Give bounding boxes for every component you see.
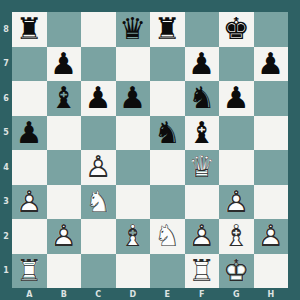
rank-label-8: 8 (0, 12, 12, 47)
piece-outline-glyph: ♙ (50, 221, 77, 251)
piece-outline-glyph: ♘ (154, 221, 181, 251)
white-knight-e2[interactable]: ♞♘ (154, 221, 181, 251)
piece-glyph: ♟ (50, 49, 77, 79)
piece-outline-glyph: ♗ (223, 221, 250, 251)
square-d5[interactable] (116, 116, 151, 151)
file-label-d: D (116, 288, 151, 300)
piece-outline-glyph: ♗ (119, 221, 146, 251)
file-labels: ABCDEFGH (12, 288, 288, 300)
rank-label-3: 3 (0, 185, 12, 220)
piece-glyph: ♟ (257, 49, 284, 79)
white-pawn-a3[interactable]: ♟♙ (16, 187, 43, 217)
piece-outline-glyph: ♔ (223, 256, 250, 286)
square-d6[interactable]: ♟ (116, 81, 151, 116)
square-d7[interactable] (116, 47, 151, 82)
square-g5[interactable] (219, 116, 254, 151)
piece-outline-glyph: ♕ (188, 152, 215, 182)
square-a1[interactable]: ♜♖ (12, 254, 47, 289)
black-pawn-a5[interactable]: ♟ (16, 118, 43, 148)
square-g2[interactable]: ♝♗ (219, 219, 254, 254)
square-h7[interactable]: ♟ (254, 47, 289, 82)
piece-glyph: ♞ (188, 83, 215, 113)
white-pawn-c4[interactable]: ♟♙ (85, 152, 112, 182)
square-f6[interactable]: ♞ (185, 81, 220, 116)
square-b5[interactable] (47, 116, 82, 151)
square-h4[interactable] (254, 150, 289, 185)
rank-label-4: 4 (0, 150, 12, 185)
piece-outline-glyph: ♙ (257, 221, 284, 251)
square-g4[interactable] (219, 150, 254, 185)
square-b1[interactable] (47, 254, 82, 289)
piece-outline-glyph: ♙ (223, 187, 250, 217)
chess-board[interactable]: ♜♛♜♚♟♟♟♝♟♟♞♟♟♞♝♟♙♛♕♟♙♞♘♟♙♟♙♝♗♞♘♟♙♝♗♟♙♜♖♜… (12, 12, 288, 288)
square-e7[interactable] (150, 47, 185, 82)
square-a8[interactable]: ♜ (12, 12, 47, 47)
square-a4[interactable] (12, 150, 47, 185)
black-pawn-d6[interactable]: ♟ (119, 83, 146, 113)
black-pawn-b7[interactable]: ♟ (50, 49, 77, 79)
square-g1[interactable]: ♚♔ (219, 254, 254, 289)
square-f2[interactable]: ♟♙ (185, 219, 220, 254)
rank-label-7: 7 (0, 47, 12, 82)
square-g3[interactable]: ♟♙ (219, 185, 254, 220)
square-h1[interactable] (254, 254, 289, 289)
white-pawn-h2[interactable]: ♟♙ (257, 221, 284, 251)
square-h8[interactable] (254, 12, 289, 47)
piece-outline-glyph: ♘ (85, 187, 112, 217)
white-bishop-g2[interactable]: ♝♗ (223, 221, 250, 251)
white-rook-f1[interactable]: ♜♖ (188, 256, 215, 286)
square-a3[interactable]: ♟♙ (12, 185, 47, 220)
white-pawn-b2[interactable]: ♟♙ (50, 221, 77, 251)
file-label-g: G (219, 288, 254, 300)
file-label-a: A (12, 288, 47, 300)
black-knight-e5[interactable]: ♞ (154, 118, 181, 148)
file-label-f: F (185, 288, 220, 300)
square-d2[interactable]: ♝♗ (116, 219, 151, 254)
piece-glyph: ♟ (85, 83, 112, 113)
square-b7[interactable]: ♟ (47, 47, 82, 82)
square-g6[interactable]: ♟ (219, 81, 254, 116)
square-a7[interactable] (12, 47, 47, 82)
square-b4[interactable] (47, 150, 82, 185)
square-c5[interactable] (81, 116, 116, 151)
square-f4[interactable]: ♛♕ (185, 150, 220, 185)
black-queen-d8[interactable]: ♛ (119, 14, 146, 44)
square-e2[interactable]: ♞♘ (150, 219, 185, 254)
square-d8[interactable]: ♛ (116, 12, 151, 47)
square-d4[interactable] (116, 150, 151, 185)
rank-label-2: 2 (0, 219, 12, 254)
black-pawn-h7[interactable]: ♟ (257, 49, 284, 79)
black-pawn-g6[interactable]: ♟ (223, 83, 250, 113)
piece-outline-glyph: ♙ (85, 152, 112, 182)
square-c6[interactable]: ♟ (81, 81, 116, 116)
file-label-h: H (254, 288, 289, 300)
white-king-g1[interactable]: ♚♔ (223, 256, 250, 286)
piece-glyph: ♟ (119, 83, 146, 113)
square-e8[interactable]: ♜ (150, 12, 185, 47)
square-f8[interactable] (185, 12, 220, 47)
black-pawn-f7[interactable]: ♟ (188, 49, 215, 79)
square-c7[interactable] (81, 47, 116, 82)
square-a6[interactable] (12, 81, 47, 116)
square-a2[interactable] (12, 219, 47, 254)
piece-outline-glyph: ♖ (188, 256, 215, 286)
square-h3[interactable] (254, 185, 289, 220)
piece-glyph: ♞ (154, 118, 181, 148)
square-b2[interactable]: ♟♙ (47, 219, 82, 254)
black-king-g8[interactable]: ♚ (223, 14, 250, 44)
square-b6[interactable]: ♝ (47, 81, 82, 116)
white-bishop-d2[interactable]: ♝♗ (119, 221, 146, 251)
square-b8[interactable] (47, 12, 82, 47)
square-h6[interactable] (254, 81, 289, 116)
square-e1[interactable] (150, 254, 185, 289)
white-queen-f4[interactable]: ♛♕ (188, 152, 215, 182)
square-e6[interactable] (150, 81, 185, 116)
square-c1[interactable] (81, 254, 116, 289)
piece-glyph: ♝ (188, 118, 215, 148)
piece-outline-glyph: ♖ (16, 256, 43, 286)
square-c3[interactable]: ♞♘ (81, 185, 116, 220)
square-c4[interactable]: ♟♙ (81, 150, 116, 185)
white-pawn-f2[interactable]: ♟♙ (188, 221, 215, 251)
square-a5[interactable]: ♟ (12, 116, 47, 151)
black-bishop-b6[interactable]: ♝ (50, 83, 77, 113)
square-d1[interactable] (116, 254, 151, 289)
rank-labels: 87654321 (0, 12, 12, 288)
piece-glyph: ♛ (119, 14, 146, 44)
square-f1[interactable]: ♜♖ (185, 254, 220, 289)
black-bishop-f5[interactable]: ♝ (188, 118, 215, 148)
square-f3[interactable] (185, 185, 220, 220)
square-g7[interactable] (219, 47, 254, 82)
square-f5[interactable]: ♝ (185, 116, 220, 151)
square-e4[interactable] (150, 150, 185, 185)
file-label-c: C (81, 288, 116, 300)
piece-glyph: ♜ (154, 14, 181, 44)
square-h2[interactable]: ♟♙ (254, 219, 289, 254)
black-knight-f6[interactable]: ♞ (188, 83, 215, 113)
piece-glyph: ♟ (223, 83, 250, 113)
square-c2[interactable] (81, 219, 116, 254)
square-h5[interactable] (254, 116, 289, 151)
piece-glyph: ♚ (223, 14, 250, 44)
piece-glyph: ♟ (188, 49, 215, 79)
white-knight-c3[interactable]: ♞♘ (85, 187, 112, 217)
piece-glyph: ♟ (16, 118, 43, 148)
square-b3[interactable] (47, 185, 82, 220)
black-rook-a8[interactable]: ♜ (16, 14, 43, 44)
piece-glyph: ♜ (16, 14, 43, 44)
rank-label-5: 5 (0, 116, 12, 151)
piece-outline-glyph: ♙ (16, 187, 43, 217)
black-pawn-c6[interactable]: ♟ (85, 83, 112, 113)
black-rook-e8[interactable]: ♜ (154, 14, 181, 44)
file-label-b: B (47, 288, 82, 300)
white-pawn-g3[interactable]: ♟♙ (223, 187, 250, 217)
square-g8[interactable]: ♚ (219, 12, 254, 47)
chess-board-frame: 87654321 ♜♛♜♚♟♟♟♝♟♟♞♟♟♞♝♟♙♛♕♟♙♞♘♟♙♟♙♝♗♞♘… (0, 0, 300, 300)
square-e5[interactable]: ♞ (150, 116, 185, 151)
file-label-e: E (150, 288, 185, 300)
rank-label-6: 6 (0, 81, 12, 116)
piece-outline-glyph: ♙ (188, 221, 215, 251)
white-rook-a1[interactable]: ♜♖ (16, 256, 43, 286)
square-d3[interactable] (116, 185, 151, 220)
square-e3[interactable] (150, 185, 185, 220)
rank-label-1: 1 (0, 254, 12, 289)
piece-glyph: ♝ (50, 83, 77, 113)
square-f7[interactable]: ♟ (185, 47, 220, 82)
square-c8[interactable] (81, 12, 116, 47)
